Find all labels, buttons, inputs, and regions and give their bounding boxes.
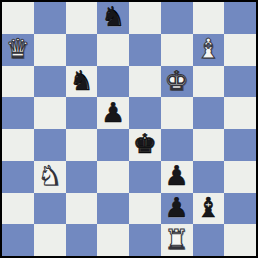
square-b1[interactable] xyxy=(34,224,66,256)
square-h4[interactable] xyxy=(224,129,256,161)
black-bishop[interactable]: ♝ xyxy=(196,194,220,221)
square-a2[interactable] xyxy=(2,193,34,225)
square-d8[interactable]: ♞ xyxy=(97,2,129,34)
square-g8[interactable] xyxy=(193,2,225,34)
square-e5[interactable] xyxy=(129,97,161,129)
square-d7[interactable] xyxy=(97,34,129,66)
chess-board: ♞♛♝♞♚♟♚♞♟♟♝♜ xyxy=(0,0,258,258)
white-knight[interactable]: ♞ xyxy=(38,162,62,189)
square-h3[interactable] xyxy=(224,161,256,193)
square-a1[interactable] xyxy=(2,224,34,256)
black-knight[interactable]: ♞ xyxy=(101,3,125,30)
square-b2[interactable] xyxy=(34,193,66,225)
square-b5[interactable] xyxy=(34,97,66,129)
square-e8[interactable] xyxy=(129,2,161,34)
white-king[interactable]: ♚ xyxy=(165,67,189,94)
black-pawn[interactable]: ♟ xyxy=(165,162,189,189)
square-a5[interactable] xyxy=(2,97,34,129)
square-c8[interactable] xyxy=(66,2,98,34)
square-d1[interactable] xyxy=(97,224,129,256)
square-a7[interactable]: ♛ xyxy=(2,34,34,66)
square-a4[interactable] xyxy=(2,129,34,161)
square-c4[interactable] xyxy=(66,129,98,161)
square-f7[interactable] xyxy=(161,34,193,66)
white-queen[interactable]: ♛ xyxy=(6,35,30,62)
square-c7[interactable] xyxy=(66,34,98,66)
black-king[interactable]: ♚ xyxy=(133,130,157,157)
square-g7[interactable]: ♝ xyxy=(193,34,225,66)
square-h1[interactable] xyxy=(224,224,256,256)
square-d4[interactable] xyxy=(97,129,129,161)
square-f2[interactable]: ♟ xyxy=(161,193,193,225)
square-d5[interactable]: ♟ xyxy=(97,97,129,129)
square-g4[interactable] xyxy=(193,129,225,161)
square-g1[interactable] xyxy=(193,224,225,256)
square-f4[interactable] xyxy=(161,129,193,161)
square-g5[interactable] xyxy=(193,97,225,129)
black-pawn[interactable]: ♟ xyxy=(165,194,189,221)
square-g3[interactable] xyxy=(193,161,225,193)
square-b3[interactable]: ♞ xyxy=(34,161,66,193)
square-e7[interactable] xyxy=(129,34,161,66)
square-f8[interactable] xyxy=(161,2,193,34)
square-h6[interactable] xyxy=(224,66,256,98)
black-pawn[interactable]: ♟ xyxy=(101,99,125,126)
square-f5[interactable] xyxy=(161,97,193,129)
square-e3[interactable] xyxy=(129,161,161,193)
square-c5[interactable] xyxy=(66,97,98,129)
square-b6[interactable] xyxy=(34,66,66,98)
black-knight[interactable]: ♞ xyxy=(69,67,93,94)
square-b7[interactable] xyxy=(34,34,66,66)
white-rook[interactable]: ♜ xyxy=(165,226,189,253)
square-c3[interactable] xyxy=(66,161,98,193)
square-h8[interactable] xyxy=(224,2,256,34)
square-e2[interactable] xyxy=(129,193,161,225)
square-f6[interactable]: ♚ xyxy=(161,66,193,98)
square-g2[interactable]: ♝ xyxy=(193,193,225,225)
square-b4[interactable] xyxy=(34,129,66,161)
square-c2[interactable] xyxy=(66,193,98,225)
square-g6[interactable] xyxy=(193,66,225,98)
square-f1[interactable]: ♜ xyxy=(161,224,193,256)
square-b8[interactable] xyxy=(34,2,66,34)
square-h2[interactable] xyxy=(224,193,256,225)
square-c6[interactable]: ♞ xyxy=(66,66,98,98)
square-c1[interactable] xyxy=(66,224,98,256)
square-h5[interactable] xyxy=(224,97,256,129)
square-h7[interactable] xyxy=(224,34,256,66)
square-a3[interactable] xyxy=(2,161,34,193)
square-a6[interactable] xyxy=(2,66,34,98)
white-bishop[interactable]: ♝ xyxy=(196,35,220,62)
square-e6[interactable] xyxy=(129,66,161,98)
square-d2[interactable] xyxy=(97,193,129,225)
square-e4[interactable]: ♚ xyxy=(129,129,161,161)
square-a8[interactable] xyxy=(2,2,34,34)
square-d6[interactable] xyxy=(97,66,129,98)
square-d3[interactable] xyxy=(97,161,129,193)
square-f3[interactable]: ♟ xyxy=(161,161,193,193)
square-e1[interactable] xyxy=(129,224,161,256)
